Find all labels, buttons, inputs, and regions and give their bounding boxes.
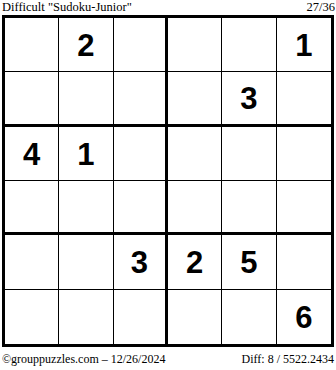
given-digit: 3 — [240, 83, 257, 114]
footer-difficulty: Diff: 8 / 5522.2434 — [242, 352, 334, 366]
given-digit: 4 — [23, 139, 40, 170]
given-digit: 2 — [77, 30, 94, 61]
cell-r5c3[interactable]: 3 — [114, 235, 168, 289]
cell-r6c1[interactable] — [5, 290, 59, 344]
cell-r4c6[interactable] — [277, 181, 331, 235]
cell-r3c1[interactable]: 4 — [5, 127, 59, 181]
cell-r1c5[interactable] — [222, 18, 276, 72]
cell-r3c2[interactable]: 1 — [59, 127, 113, 181]
cell-r3c5[interactable] — [222, 127, 276, 181]
given-digit: 6 — [295, 302, 312, 333]
cell-r5c2[interactable] — [59, 235, 113, 289]
cell-r3c4[interactable] — [168, 127, 222, 181]
puzzle-counter: 27/36 — [307, 0, 335, 14]
header: Difficult "Sudoku-Junior" 27/36 — [2, 0, 335, 14]
cell-r1c2[interactable]: 2 — [59, 18, 113, 72]
cell-r2c3[interactable] — [114, 72, 168, 126]
given-digit: 2 — [186, 247, 203, 278]
cell-r4c2[interactable] — [59, 181, 113, 235]
cell-r6c6[interactable]: 6 — [277, 290, 331, 344]
cell-r3c6[interactable] — [277, 127, 331, 181]
cell-r6c5[interactable] — [222, 290, 276, 344]
footer: ©grouppuzzles.com – 12/26/2024 Diff: 8 /… — [2, 352, 334, 366]
cell-r4c4[interactable] — [168, 181, 222, 235]
given-digit: 3 — [131, 247, 148, 278]
cell-r2c5[interactable]: 3 — [222, 72, 276, 126]
given-digit: 1 — [295, 30, 312, 61]
cell-r6c4[interactable] — [168, 290, 222, 344]
cell-r5c4[interactable]: 2 — [168, 235, 222, 289]
cell-r1c4[interactable] — [168, 18, 222, 72]
given-digit: 1 — [77, 139, 94, 170]
footer-copyright: ©grouppuzzles.com – 12/26/2024 — [2, 352, 165, 366]
cell-r5c5[interactable]: 5 — [222, 235, 276, 289]
cell-r1c3[interactable] — [114, 18, 168, 72]
page-title: Difficult "Sudoku-Junior" — [2, 0, 132, 14]
cell-r4c3[interactable] — [114, 181, 168, 235]
given-digit: 5 — [240, 247, 257, 278]
cell-r4c5[interactable] — [222, 181, 276, 235]
cell-r6c3[interactable] — [114, 290, 168, 344]
cell-r5c1[interactable] — [5, 235, 59, 289]
cell-r4c1[interactable] — [5, 181, 59, 235]
cell-r1c6[interactable]: 1 — [277, 18, 331, 72]
sudoku-grid: 213413256 — [2, 15, 334, 347]
cell-r2c4[interactable] — [168, 72, 222, 126]
cell-r1c1[interactable] — [5, 18, 59, 72]
cell-r2c2[interactable] — [59, 72, 113, 126]
cell-r2c1[interactable] — [5, 72, 59, 126]
cell-r2c6[interactable] — [277, 72, 331, 126]
cell-r5c6[interactable] — [277, 235, 331, 289]
cell-r6c2[interactable] — [59, 290, 113, 344]
cell-r3c3[interactable] — [114, 127, 168, 181]
